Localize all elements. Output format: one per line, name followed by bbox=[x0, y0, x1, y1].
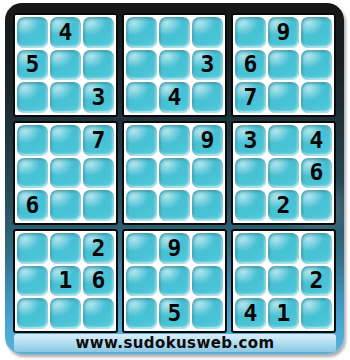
cell-r9c5[interactable]: 5 bbox=[159, 298, 190, 329]
cell-r7c7[interactable] bbox=[235, 233, 266, 264]
sudoku-board: 45334967769346221695241 bbox=[13, 13, 336, 333]
cell-r6c8[interactable]: 2 bbox=[268, 190, 299, 221]
cell-r5c4[interactable] bbox=[126, 158, 157, 189]
cell-r4c6[interactable]: 9 bbox=[192, 125, 223, 156]
cell-r1c5[interactable] bbox=[159, 17, 190, 48]
cell-r6c9[interactable] bbox=[301, 190, 332, 221]
cell-r8c6[interactable] bbox=[192, 266, 223, 297]
cell-r8c2[interactable]: 1 bbox=[50, 266, 81, 297]
cell-r3c9[interactable] bbox=[301, 82, 332, 113]
cell-r4c5[interactable] bbox=[159, 125, 190, 156]
cell-r8c1[interactable] bbox=[17, 266, 48, 297]
cell-r8c8[interactable] bbox=[268, 266, 299, 297]
sudoku-box: 453 bbox=[13, 13, 118, 117]
cell-r1c4[interactable] bbox=[126, 17, 157, 48]
cell-r5c2[interactable] bbox=[50, 158, 81, 189]
cell-r8c7[interactable] bbox=[235, 266, 266, 297]
cell-r5c6[interactable] bbox=[192, 158, 223, 189]
sudoku-box: 3462 bbox=[231, 121, 336, 225]
cell-r2c2[interactable] bbox=[50, 50, 81, 81]
cell-r3c2[interactable] bbox=[50, 82, 81, 113]
cell-r2c7[interactable]: 6 bbox=[235, 50, 266, 81]
cell-r4c1[interactable] bbox=[17, 125, 48, 156]
cell-r8c9[interactable]: 2 bbox=[301, 266, 332, 297]
cell-r2c1[interactable]: 5 bbox=[17, 50, 48, 81]
cell-r5c5[interactable] bbox=[159, 158, 190, 189]
cell-r9c6[interactable] bbox=[192, 298, 223, 329]
cell-r9c1[interactable] bbox=[17, 298, 48, 329]
cell-r4c8[interactable] bbox=[268, 125, 299, 156]
cell-r5c3[interactable] bbox=[83, 158, 114, 189]
cell-r7c1[interactable] bbox=[17, 233, 48, 264]
cell-r3c6[interactable] bbox=[192, 82, 223, 113]
sudoku-box: 216 bbox=[13, 229, 118, 333]
cell-r2c6[interactable]: 3 bbox=[192, 50, 223, 81]
cell-r2c8[interactable] bbox=[268, 50, 299, 81]
cell-r9c8[interactable]: 1 bbox=[268, 298, 299, 329]
cell-r8c4[interactable] bbox=[126, 266, 157, 297]
sudoku-box: 241 bbox=[231, 229, 336, 333]
cell-r7c4[interactable] bbox=[126, 233, 157, 264]
sudoku-box: 76 bbox=[13, 121, 118, 225]
cell-r6c3[interactable] bbox=[83, 190, 114, 221]
sudoku-box: 9 bbox=[122, 121, 227, 225]
cell-r2c3[interactable] bbox=[83, 50, 114, 81]
cell-r6c6[interactable] bbox=[192, 190, 223, 221]
cell-r2c5[interactable] bbox=[159, 50, 190, 81]
cell-r4c4[interactable] bbox=[126, 125, 157, 156]
cell-r3c3[interactable]: 3 bbox=[83, 82, 114, 113]
cell-r9c2[interactable] bbox=[50, 298, 81, 329]
cell-r3c4[interactable] bbox=[126, 82, 157, 113]
cell-r7c8[interactable] bbox=[268, 233, 299, 264]
cell-r7c5[interactable]: 9 bbox=[159, 233, 190, 264]
cell-r6c5[interactable] bbox=[159, 190, 190, 221]
footer-band: www.sudokusweb.com bbox=[14, 334, 336, 352]
cell-r4c9[interactable]: 4 bbox=[301, 125, 332, 156]
cell-r4c2[interactable] bbox=[50, 125, 81, 156]
cell-r1c1[interactable] bbox=[17, 17, 48, 48]
cell-r1c2[interactable]: 4 bbox=[50, 17, 81, 48]
cell-r5c1[interactable] bbox=[17, 158, 48, 189]
cell-r9c4[interactable] bbox=[126, 298, 157, 329]
cell-r4c3[interactable]: 7 bbox=[83, 125, 114, 156]
cell-r1c6[interactable] bbox=[192, 17, 223, 48]
cell-r5c9[interactable]: 6 bbox=[301, 158, 332, 189]
cell-r3c5[interactable]: 4 bbox=[159, 82, 190, 113]
cell-r5c8[interactable] bbox=[268, 158, 299, 189]
cell-r3c8[interactable] bbox=[268, 82, 299, 113]
cell-r1c8[interactable]: 9 bbox=[268, 17, 299, 48]
cell-r7c3[interactable]: 2 bbox=[83, 233, 114, 264]
cell-r4c7[interactable]: 3 bbox=[235, 125, 266, 156]
cell-r3c1[interactable] bbox=[17, 82, 48, 113]
cell-r2c4[interactable] bbox=[126, 50, 157, 81]
cell-r6c2[interactable] bbox=[50, 190, 81, 221]
cell-r7c9[interactable] bbox=[301, 233, 332, 264]
cell-r6c7[interactable] bbox=[235, 190, 266, 221]
site-url: www.sudokusweb.com bbox=[75, 334, 274, 352]
cell-r7c6[interactable] bbox=[192, 233, 223, 264]
cell-r3c7[interactable]: 7 bbox=[235, 82, 266, 113]
cell-r9c3[interactable] bbox=[83, 298, 114, 329]
sudoku-box: 967 bbox=[231, 13, 336, 117]
cell-r9c7[interactable]: 4 bbox=[235, 298, 266, 329]
cell-r1c7[interactable] bbox=[235, 17, 266, 48]
sudoku-box: 95 bbox=[122, 229, 227, 333]
cell-r7c2[interactable] bbox=[50, 233, 81, 264]
cell-r9c9[interactable] bbox=[301, 298, 332, 329]
cell-r2c9[interactable] bbox=[301, 50, 332, 81]
sudoku-page: 45334967769346221695241 www.sudokusweb.c… bbox=[0, 0, 350, 360]
cell-r8c3[interactable]: 6 bbox=[83, 266, 114, 297]
cell-r6c1[interactable]: 6 bbox=[17, 190, 48, 221]
sudoku-box: 34 bbox=[122, 13, 227, 117]
cell-r1c9[interactable] bbox=[301, 17, 332, 48]
cell-r6c4[interactable] bbox=[126, 190, 157, 221]
cell-r1c3[interactable] bbox=[83, 17, 114, 48]
cell-r8c5[interactable] bbox=[159, 266, 190, 297]
cell-r5c7[interactable] bbox=[235, 158, 266, 189]
